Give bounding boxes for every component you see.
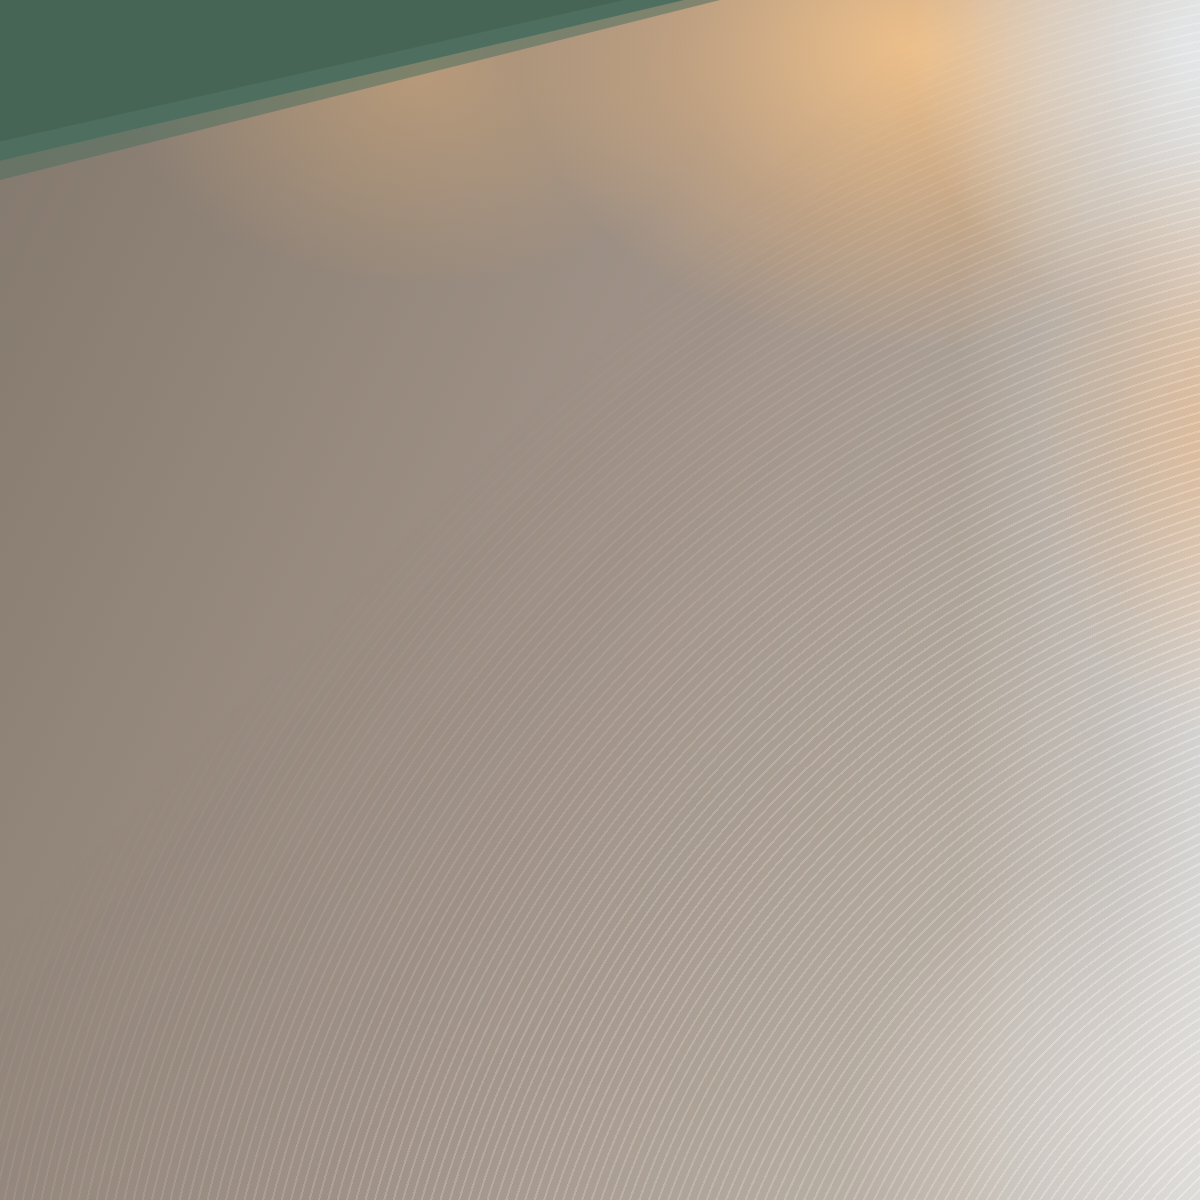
chess-board: [0, 0, 1200, 1200]
photo-of-travel-chess-set: [0, 0, 1200, 1200]
